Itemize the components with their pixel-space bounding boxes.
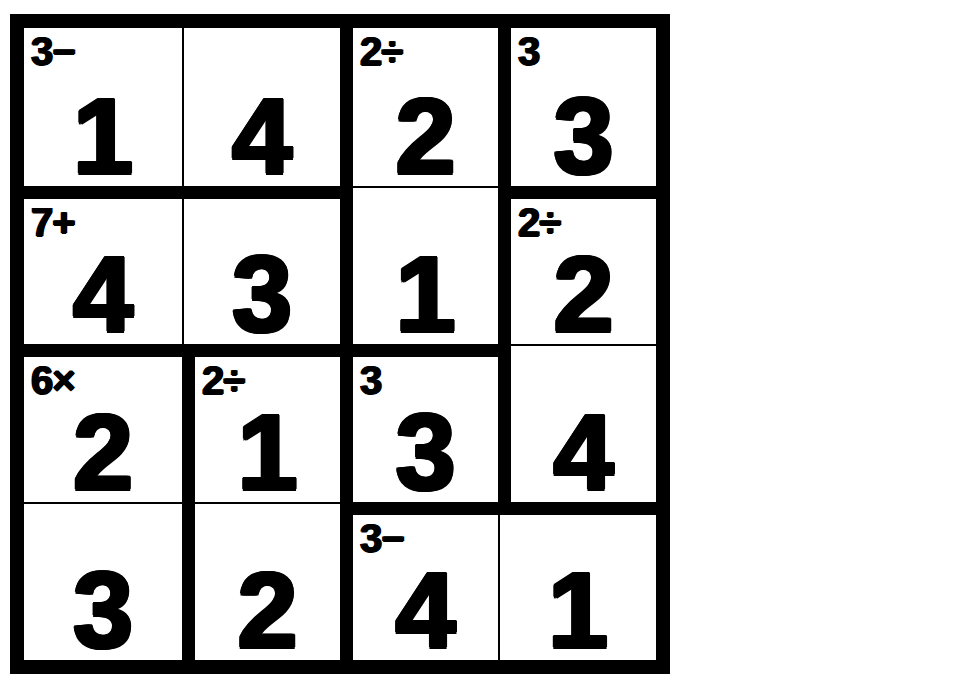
cell-r1c3: 2÷2 bbox=[498, 186, 656, 344]
cell-value: 3 bbox=[184, 240, 340, 348]
cell-r3c2: 3−4 bbox=[340, 502, 498, 660]
cage-clue: 3 bbox=[518, 31, 539, 71]
cage-clue: 3 bbox=[360, 360, 381, 400]
cell-r0c0: 3−1 bbox=[24, 28, 182, 186]
cell-r0c2: 2÷2 bbox=[340, 28, 498, 186]
page: 3−142÷2337+4312÷26×22÷1334323−41 bbox=[0, 0, 960, 686]
cell-r2c2: 33 bbox=[340, 344, 498, 502]
cell-r2c0: 6×2 bbox=[24, 344, 182, 502]
cell-value: 3 bbox=[353, 398, 498, 506]
cage-clue: 3− bbox=[31, 31, 75, 71]
cell-value: 1 bbox=[500, 556, 656, 664]
cell-r3c0: 3 bbox=[24, 502, 182, 660]
cell-value: 4 bbox=[24, 240, 182, 348]
cell-r3c1: 2 bbox=[182, 502, 340, 660]
cell-value: 1 bbox=[24, 82, 182, 190]
cage-clue: 7+ bbox=[31, 202, 75, 242]
cage-clue: 6× bbox=[31, 360, 75, 400]
cell-value: 4 bbox=[511, 398, 656, 506]
cell-r2c3: 4 bbox=[498, 344, 656, 502]
cage-clue: 2÷ bbox=[360, 31, 402, 71]
cell-value: 2 bbox=[195, 556, 340, 664]
cell-value: 2 bbox=[24, 398, 182, 506]
cell-r1c2: 1 bbox=[340, 186, 498, 344]
cell-value: 3 bbox=[511, 82, 656, 190]
cell-value: 2 bbox=[511, 240, 656, 348]
cell-value: 3 bbox=[24, 556, 182, 664]
cell-value: 4 bbox=[184, 82, 340, 190]
kenken-board: 3−142÷2337+4312÷26×22÷1334323−41 bbox=[10, 14, 670, 674]
cell-r3c3: 1 bbox=[498, 502, 656, 660]
cell-r0c1: 4 bbox=[182, 28, 340, 186]
cell-value: 1 bbox=[195, 398, 340, 506]
cell-value: 2 bbox=[353, 82, 498, 190]
cell-value: 1 bbox=[353, 240, 498, 348]
cell-r1c0: 7+4 bbox=[24, 186, 182, 344]
cell-r1c1: 3 bbox=[182, 186, 340, 344]
cell-value: 4 bbox=[353, 556, 498, 664]
cell-r2c1: 2÷1 bbox=[182, 344, 340, 502]
cell-r0c3: 33 bbox=[498, 28, 656, 186]
